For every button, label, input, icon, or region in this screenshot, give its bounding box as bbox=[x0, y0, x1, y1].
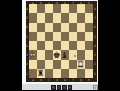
go-to-start-button[interactable]: « bbox=[51, 85, 56, 90]
file-label-top-e: e bbox=[64, 1, 66, 4]
square-d7 bbox=[53, 13, 61, 22]
square-f4 bbox=[69, 41, 77, 50]
rank-label-left-2: 2 bbox=[26, 63, 28, 66]
square-d2 bbox=[53, 60, 61, 69]
file-label-top-h: h bbox=[88, 1, 90, 4]
square-e8 bbox=[61, 4, 69, 13]
square-c3 bbox=[45, 50, 53, 59]
square-h1 bbox=[85, 69, 93, 78]
file-label-top-a: a bbox=[32, 1, 34, 4]
go-to-end-icon: » bbox=[69, 86, 71, 89]
square-g1 bbox=[77, 69, 85, 78]
file-label-bottom-d: d bbox=[56, 79, 58, 82]
square-c2 bbox=[45, 60, 53, 69]
square-a7 bbox=[29, 13, 37, 22]
square-d4 bbox=[53, 41, 61, 50]
square-f7 bbox=[69, 13, 77, 22]
square-b5 bbox=[37, 32, 45, 41]
rank-label-right-1: 1 bbox=[94, 72, 96, 75]
square-d1 bbox=[53, 69, 61, 78]
file-label-bottom-e: e bbox=[64, 79, 66, 82]
square-h2 bbox=[85, 60, 93, 69]
file-label-bottom-c: c bbox=[48, 79, 50, 82]
square-b3 bbox=[37, 50, 45, 59]
rank-label-left-4: 4 bbox=[26, 44, 28, 47]
file-label-bottom-a: a bbox=[32, 79, 34, 82]
rank-label-right-2: 2 bbox=[94, 63, 96, 66]
square-e2 bbox=[61, 60, 69, 69]
square-h5 bbox=[85, 32, 93, 41]
square-e5 bbox=[61, 32, 69, 41]
rank-label-left-6: 6 bbox=[26, 26, 28, 29]
marker-dot-f3 bbox=[74, 55, 76, 58]
square-c7 bbox=[45, 13, 53, 22]
square-h8 bbox=[85, 4, 93, 13]
square-f5 bbox=[69, 32, 77, 41]
square-b2 bbox=[37, 60, 45, 69]
square-c6 bbox=[45, 23, 53, 32]
square-a3 bbox=[29, 50, 37, 59]
file-label-top-d: d bbox=[56, 1, 58, 4]
step-forward-icon: › bbox=[64, 86, 65, 89]
chess-board: aabbccddeeffgghh8877665544332211♚♚♝♜♜ bbox=[26, 1, 97, 82]
file-label-bottom-h: h bbox=[88, 79, 90, 82]
square-g8 bbox=[77, 4, 85, 13]
square-h7 bbox=[85, 13, 93, 22]
square-e1 bbox=[61, 69, 69, 78]
rank-label-right-3: 3 bbox=[94, 54, 96, 57]
rank-label-left-8: 8 bbox=[26, 7, 28, 10]
square-d6 bbox=[53, 23, 61, 32]
file-label-bottom-b: b bbox=[40, 79, 42, 82]
go-to-end-button[interactable]: » bbox=[68, 85, 73, 90]
square-h3 bbox=[85, 50, 93, 59]
square-c8 bbox=[45, 4, 53, 13]
rank-label-left-5: 5 bbox=[26, 35, 28, 38]
square-a1 bbox=[29, 69, 37, 78]
rank-label-right-4: 4 bbox=[94, 44, 96, 47]
square-f6 bbox=[69, 23, 77, 32]
square-c1 bbox=[45, 69, 53, 78]
square-d5 bbox=[53, 32, 61, 41]
rank-label-right-5: 5 bbox=[94, 35, 96, 38]
rank-label-left-7: 7 bbox=[26, 16, 28, 19]
rank-label-left-3: 3 bbox=[26, 54, 28, 57]
square-g6 bbox=[77, 23, 85, 32]
file-label-bottom-g: g bbox=[80, 79, 82, 82]
page-background: aabbccddeeffgghh8877665544332211♚♚♝♜♜ «‹… bbox=[0, 0, 120, 90]
file-label-top-f: f bbox=[72, 1, 73, 4]
square-c4 bbox=[45, 41, 53, 50]
square-a5 bbox=[29, 32, 37, 41]
scrollbar-down-icon[interactable]: ▾ bbox=[93, 85, 98, 91]
square-f8 bbox=[69, 4, 77, 13]
square-b1 bbox=[37, 69, 45, 78]
file-label-top-b: b bbox=[40, 1, 42, 4]
square-g3 bbox=[77, 50, 85, 59]
viewer-panel: aabbccddeeffgghh8877665544332211♚♚♝♜♜ «‹… bbox=[22, 0, 98, 90]
square-h4 bbox=[85, 41, 93, 50]
controls-bar: «‹›» ▾ bbox=[22, 83, 98, 90]
square-e7 bbox=[61, 13, 69, 22]
square-f2 bbox=[69, 60, 77, 69]
file-label-top-g: g bbox=[80, 1, 82, 4]
step-forward-button[interactable]: › bbox=[62, 85, 67, 90]
square-e4 bbox=[61, 41, 69, 50]
square-g7 bbox=[77, 13, 85, 22]
square-b6 bbox=[37, 23, 45, 32]
square-f1 bbox=[69, 69, 77, 78]
square-a2 bbox=[29, 60, 37, 69]
square-a8 bbox=[29, 4, 37, 13]
square-c5 bbox=[45, 32, 53, 41]
square-a6 bbox=[29, 23, 37, 32]
square-a4 bbox=[29, 41, 37, 50]
square-d3 bbox=[53, 50, 61, 59]
square-g4 bbox=[77, 41, 85, 50]
file-label-top-c: c bbox=[48, 1, 50, 4]
board-grid bbox=[29, 4, 93, 78]
rank-label-right-6: 6 bbox=[94, 26, 96, 29]
square-b4 bbox=[37, 41, 45, 50]
go-to-start-icon: « bbox=[52, 86, 54, 89]
square-e6 bbox=[61, 23, 69, 32]
rank-label-left-1: 1 bbox=[26, 72, 28, 75]
square-b7 bbox=[37, 13, 45, 22]
rank-label-right-8: 8 bbox=[94, 7, 96, 10]
square-e3 bbox=[61, 50, 69, 59]
file-label-bottom-f: f bbox=[72, 79, 73, 82]
square-b8 bbox=[37, 4, 45, 13]
square-g2 bbox=[77, 60, 85, 69]
rank-label-right-7: 7 bbox=[94, 16, 96, 19]
square-d8 bbox=[53, 4, 61, 13]
step-back-icon: ‹ bbox=[58, 86, 59, 89]
square-h6 bbox=[85, 23, 93, 32]
step-back-button[interactable]: ‹ bbox=[57, 85, 62, 90]
nav-buttons: «‹›» bbox=[51, 85, 72, 90]
square-g5 bbox=[77, 32, 85, 41]
